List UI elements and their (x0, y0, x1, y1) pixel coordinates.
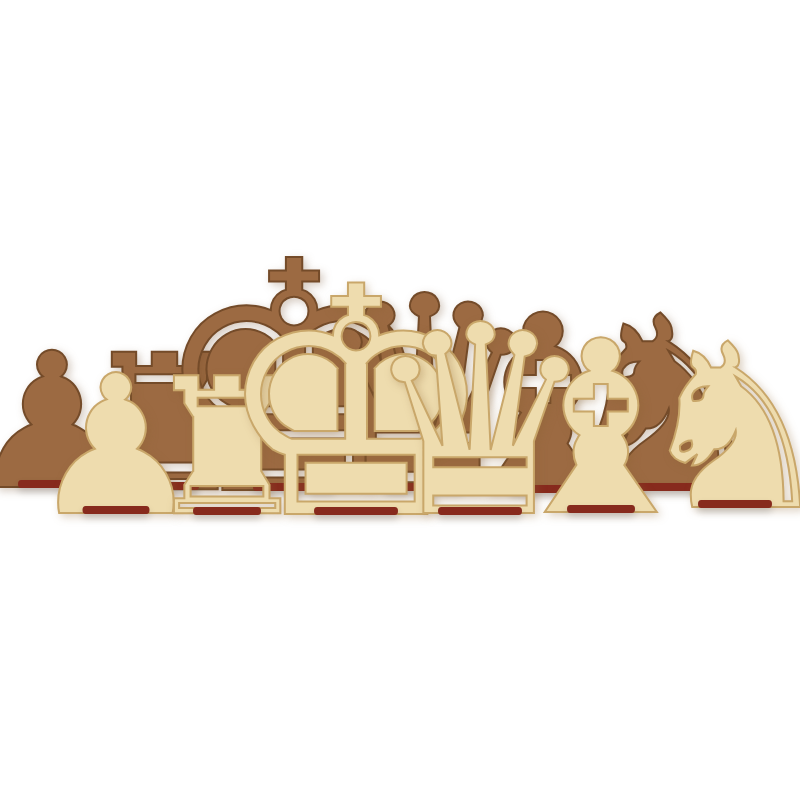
chess-piece-light-knight: ♞ (633, 314, 800, 542)
felt-base-light-pawn (83, 506, 150, 514)
felt-base-light-knight (698, 500, 772, 508)
felt-base-light-king (314, 507, 398, 515)
felt-base-light-rook (193, 507, 261, 515)
felt-base-light-queen (438, 507, 522, 515)
piece-lineup: ♟♟♜♜♚♚♛♛♝♝♞♞ (0, 0, 800, 800)
felt-base-light-bishop (567, 505, 635, 513)
